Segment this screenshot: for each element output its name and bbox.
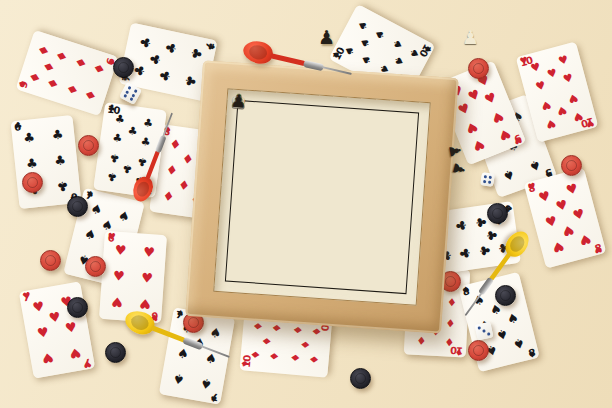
diamond-pip-icon: ♦ bbox=[177, 178, 190, 192]
spade-suit-icon: ♠ bbox=[85, 190, 95, 201]
red-checker[interactable] bbox=[40, 250, 61, 271]
heart-suit-icon: ♥ bbox=[107, 232, 116, 242]
dart-needle bbox=[465, 293, 483, 316]
playing-card-9-diamond[interactable]: 9♦9♦♦♦♦♦♦♦♦♦♦ bbox=[16, 30, 119, 116]
club-pip-icon: ♣ bbox=[477, 244, 491, 257]
playing-card-6-club[interactable]: 6♣6♣♣♣♣♣♣♣ bbox=[11, 115, 82, 209]
club-pip-icon: ♣ bbox=[106, 171, 117, 183]
diamond-pip-icon: ♦ bbox=[91, 61, 107, 76]
die-pip bbox=[488, 175, 491, 178]
die-pip bbox=[123, 93, 127, 97]
red-checker[interactable] bbox=[468, 58, 489, 79]
heart-pip-icon: ♥ bbox=[114, 243, 127, 257]
spade-pip-icon: ♠ bbox=[356, 19, 370, 33]
diamond-pip-icon: ♦ bbox=[269, 351, 281, 362]
die-pip bbox=[488, 180, 491, 183]
spade-pip-icon: ♠ bbox=[528, 158, 543, 174]
diamond-suit-icon: ♦ bbox=[241, 359, 251, 368]
spade-pip-icon: ♠ bbox=[89, 201, 103, 216]
diamond-pip-icon: ♦ bbox=[416, 334, 426, 346]
heart-pip-icon: ♥ bbox=[466, 87, 482, 103]
die-pip bbox=[133, 89, 137, 93]
heart-pip-icon: ♥ bbox=[497, 126, 513, 142]
red-checker[interactable] bbox=[78, 135, 99, 156]
club-pip-icon: ♣ bbox=[473, 216, 487, 229]
club-pip-icon: ♣ bbox=[54, 153, 67, 167]
club-pip-icon: ♣ bbox=[127, 125, 138, 137]
heart-pip-icon: ♥ bbox=[551, 239, 566, 255]
red-checker[interactable] bbox=[22, 172, 43, 193]
heart-pip-icon: ♥ bbox=[64, 320, 78, 335]
spade-pip-icon: ♠ bbox=[358, 36, 372, 50]
die-pip bbox=[127, 85, 131, 89]
black-pawn[interactable]: ♟ bbox=[230, 92, 246, 110]
spade-pip-icon: ♠ bbox=[390, 37, 404, 51]
die-pip bbox=[478, 326, 482, 330]
heart-pip-icon: ♥ bbox=[530, 61, 542, 74]
die-pip bbox=[131, 93, 135, 97]
heart-suit-icon: ♥ bbox=[593, 244, 603, 255]
heart-pip-icon: ♥ bbox=[567, 91, 579, 104]
diamond-pip-icon: ♦ bbox=[64, 82, 80, 97]
heart-pip-icon: ♥ bbox=[113, 269, 126, 283]
die-face-3[interactable] bbox=[475, 322, 494, 341]
spade-pip-icon: ♠ bbox=[392, 54, 406, 68]
diamond-pip-icon: ♦ bbox=[444, 336, 454, 348]
card-index-bottom: 8♠ bbox=[525, 356, 537, 359]
die-pip bbox=[482, 329, 486, 333]
heart-pip-icon: ♥ bbox=[540, 98, 552, 111]
spade-pip-icon: ♠ bbox=[200, 377, 214, 392]
heart-pip-icon: ♥ bbox=[578, 232, 593, 248]
club-pip-icon: ♣ bbox=[23, 130, 36, 144]
heart-pip-icon: ♥ bbox=[556, 104, 568, 117]
dart-barrel bbox=[303, 59, 324, 70]
heart-pip-icon: ♥ bbox=[31, 299, 45, 314]
diamond-pip-icon: ♦ bbox=[27, 70, 43, 85]
card-index-bottom: 7♠ bbox=[205, 400, 217, 402]
heart-suit-icon: ♥ bbox=[83, 359, 93, 369]
dart-needle bbox=[201, 345, 230, 358]
club-pip-icon: ♣ bbox=[138, 36, 153, 50]
diamond-pip-icon: ♦ bbox=[250, 349, 262, 360]
club-pip-icon: ♣ bbox=[458, 247, 472, 260]
card-index-top: 10♣ bbox=[108, 105, 120, 107]
heart-suit-icon: ♥ bbox=[22, 291, 32, 301]
red-checker[interactable] bbox=[561, 155, 582, 176]
heart-pip-icon: ♥ bbox=[490, 108, 506, 124]
white-pawn-standing[interactable]: ♟ bbox=[462, 26, 479, 48]
chess-board: ♚♟♟♟♟♟♟♝♟♟♟♟♟♟♟♟♟♟♟♟♝♟♟♟♟ bbox=[225, 100, 419, 294]
diamond-pip-icon: ♦ bbox=[291, 324, 303, 335]
club-pip-icon: ♣ bbox=[189, 46, 204, 60]
dart-barrel bbox=[182, 336, 203, 350]
card-index-top: 7♥ bbox=[22, 291, 34, 293]
diamond-pip-icon: ♦ bbox=[73, 55, 89, 70]
club-pip-icon: ♣ bbox=[51, 127, 64, 141]
spade-pip-icon: ♠ bbox=[512, 336, 526, 351]
diamond-pip-icon: ♦ bbox=[288, 353, 300, 364]
diamond-pip-icon: ♦ bbox=[299, 339, 311, 350]
club-pip-icon: ♣ bbox=[142, 117, 153, 129]
chess-box: ♚♟♟♟♟♟♟♝♟♟♟♟♟♟♟♟♟♟♟♟♝♟♟♟♟ bbox=[185, 60, 458, 333]
heart-pip-icon: ♥ bbox=[571, 207, 586, 223]
playing-card-8-heart[interactable]: 8♥8♥♥♥♥♥♥♥♥♥ bbox=[524, 167, 607, 268]
heart-pip-icon: ♥ bbox=[565, 181, 580, 197]
club-suit-icon: ♣ bbox=[205, 42, 215, 52]
heart-pip-icon: ♥ bbox=[561, 223, 576, 239]
dart-needle bbox=[322, 66, 352, 75]
black-checker[interactable] bbox=[113, 57, 134, 78]
diamond-pip-icon: ♦ bbox=[45, 76, 61, 91]
die-pip bbox=[482, 180, 485, 183]
card-index-top: 6♥ bbox=[108, 233, 120, 234]
spade-pip-icon: ♠ bbox=[117, 208, 131, 223]
heart-pip-icon: ♥ bbox=[483, 90, 499, 106]
heart-pip-icon: ♥ bbox=[535, 80, 547, 93]
diamond-pip-icon: ♦ bbox=[82, 88, 98, 103]
diamond-pip-icon: ♦ bbox=[252, 321, 264, 332]
heart-pip-icon: ♥ bbox=[41, 351, 55, 366]
spade-pip-icon: ♠ bbox=[172, 372, 186, 387]
diamond-pip-icon: ♦ bbox=[181, 152, 194, 166]
heart-pip-icon: ♥ bbox=[456, 101, 472, 117]
club-suit-icon: ♣ bbox=[14, 121, 23, 131]
heart-pip-icon: ♥ bbox=[464, 119, 480, 135]
dart-shaft bbox=[270, 53, 306, 66]
card-index-bottom: 10♠ bbox=[427, 47, 433, 58]
spade-suit-icon: ♠ bbox=[209, 393, 219, 403]
club-pip-icon: ♣ bbox=[454, 219, 468, 232]
diamond-pip-icon: ♦ bbox=[36, 43, 52, 58]
club-pip-icon: ♣ bbox=[163, 41, 178, 55]
heart-pip-icon: ♥ bbox=[544, 214, 559, 230]
heart-pip-icon: ♥ bbox=[139, 297, 152, 311]
club-pip-icon: ♣ bbox=[56, 180, 69, 194]
heart-pip-icon: ♥ bbox=[48, 310, 62, 325]
die-face-4[interactable] bbox=[480, 172, 495, 187]
card-index-top: 9♣ bbox=[511, 204, 513, 216]
die-pip bbox=[487, 332, 491, 336]
dart-needle bbox=[162, 113, 173, 137]
black-checker[interactable] bbox=[350, 368, 371, 389]
playing-card-7-heart[interactable]: 7♥7♥♥♥♥♥♥♥♥ bbox=[19, 281, 95, 378]
card-index-top: 9♦ bbox=[18, 75, 22, 86]
red-checker[interactable] bbox=[85, 256, 106, 277]
card-index-bottom: 7♥ bbox=[80, 366, 92, 368]
heart-pip-icon: ♥ bbox=[554, 197, 569, 213]
diamond-pip-icon: ♦ bbox=[447, 297, 457, 309]
heart-pip-icon: ♥ bbox=[141, 271, 154, 285]
black-checker[interactable] bbox=[105, 342, 126, 363]
tabletop-scene: 7♣7♣♣♣♣♣♣♣♣6♣6♣♣♣♣♣♣♣10♠10♠♠♠♠♠♠♠♠♠♠♠5♠5… bbox=[0, 0, 612, 408]
heart-pip-icon: ♥ bbox=[143, 245, 156, 259]
black-pawn-lying[interactable]: ♟ bbox=[445, 143, 465, 159]
diamond-pip-icon: ♦ bbox=[310, 326, 322, 337]
heart-pip-icon: ♥ bbox=[111, 295, 124, 309]
diamond-pip-icon: ♦ bbox=[308, 354, 320, 365]
spade-pip-icon: ♠ bbox=[506, 311, 520, 326]
club-pip-icon: ♣ bbox=[485, 229, 499, 242]
black-pawn-standing[interactable]: ♟ bbox=[318, 26, 335, 48]
heart-pip-icon: ♥ bbox=[557, 54, 569, 67]
heart-pip-icon: ♥ bbox=[545, 117, 557, 130]
card-index-top: 10♦ bbox=[242, 355, 243, 367]
heart-suit-icon: ♥ bbox=[512, 134, 523, 145]
club-pip-icon: ♣ bbox=[122, 163, 133, 175]
diamond-pip-icon: ♦ bbox=[165, 163, 178, 177]
red-checker[interactable] bbox=[468, 340, 489, 361]
dart-barrel bbox=[154, 135, 166, 153]
die-pip bbox=[125, 89, 129, 93]
die-pip bbox=[483, 174, 486, 177]
spade-pip-icon: ♠ bbox=[501, 168, 516, 184]
spade-pip-icon: ♠ bbox=[342, 44, 356, 58]
heart-pip-icon: ♥ bbox=[36, 325, 50, 340]
club-pip-icon: ♣ bbox=[109, 151, 120, 163]
heart-pip-icon: ♥ bbox=[562, 72, 574, 85]
club-pip-icon: ♣ bbox=[183, 74, 198, 88]
dart-shaft bbox=[145, 149, 160, 179]
spade-pip-icon: ♠ bbox=[495, 327, 509, 342]
black-checker[interactable] bbox=[67, 196, 88, 217]
dart-shaft bbox=[151, 325, 186, 343]
card-index-top: 10♥ bbox=[519, 56, 531, 59]
spade-pip-icon: ♠ bbox=[360, 53, 374, 67]
card-index-bottom: 8♥ bbox=[591, 251, 603, 254]
heart-pip-icon: ♥ bbox=[471, 137, 487, 153]
card-index-top: 6♣ bbox=[14, 122, 26, 123]
die-pip bbox=[129, 96, 133, 100]
diamond-suit-icon: ♦ bbox=[455, 347, 464, 356]
spade-suit-icon: ♠ bbox=[527, 348, 537, 359]
diamond-pip-icon: ♦ bbox=[162, 189, 175, 203]
club-pip-icon: ♣ bbox=[148, 52, 163, 66]
club-pip-icon: ♣ bbox=[157, 69, 172, 83]
heart-suit-icon: ♥ bbox=[527, 182, 537, 193]
heart-pip-icon: ♥ bbox=[537, 188, 552, 204]
club-pip-icon: ♣ bbox=[112, 132, 123, 144]
diamond-pip-icon: ♦ bbox=[446, 317, 456, 329]
dart-flight-icon bbox=[241, 38, 275, 66]
card-index-bottom: 10♥ bbox=[583, 125, 595, 128]
card-index-top: 7♠ bbox=[87, 190, 99, 193]
diamond-pip-icon: ♦ bbox=[54, 49, 70, 64]
card-index-bottom: 10♦ bbox=[451, 355, 463, 356]
diamond-pip-icon: ♦ bbox=[261, 336, 273, 347]
heart-pip-icon: ♥ bbox=[69, 346, 83, 361]
card-index-top: 8♥ bbox=[527, 182, 539, 185]
heart-pip-icon: ♥ bbox=[546, 67, 558, 80]
spade-pip-icon: ♠ bbox=[373, 28, 387, 42]
black-checker[interactable] bbox=[487, 203, 508, 224]
heart-suit-icon: ♥ bbox=[585, 118, 595, 129]
spade-pip-icon: ♠ bbox=[83, 227, 97, 242]
heart-pip-icon: ♥ bbox=[572, 110, 584, 123]
card-index-bottom: 7♣ bbox=[212, 43, 214, 55]
diamond-pip-icon: ♦ bbox=[41, 59, 57, 74]
black-checker[interactable] bbox=[67, 297, 88, 318]
club-pip-icon: ♣ bbox=[114, 113, 125, 125]
diamond-pip-icon: ♦ bbox=[272, 323, 284, 334]
club-pip-icon: ♣ bbox=[25, 156, 38, 170]
